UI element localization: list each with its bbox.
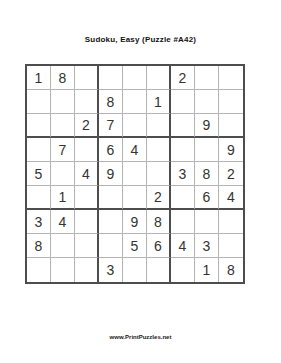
cell-r7c8[interactable] xyxy=(195,210,219,234)
cell-r1c5[interactable] xyxy=(123,66,147,90)
cell-r4c5[interactable]: 4 xyxy=(123,138,147,162)
cell-r5c3[interactable]: 4 xyxy=(75,162,99,186)
cell-r8c7[interactable]: 4 xyxy=(171,234,195,258)
sudoku-page: Sudoku, Easy (Puzzle #A42) 1828127976495… xyxy=(0,0,281,363)
page-title: Sudoku, Easy (Puzzle #A42) xyxy=(0,35,281,44)
cell-r1c3[interactable] xyxy=(75,66,99,90)
cell-r8c3[interactable] xyxy=(75,234,99,258)
cell-r7c3[interactable] xyxy=(75,210,99,234)
cell-r5c8[interactable]: 8 xyxy=(195,162,219,186)
cell-r9c1[interactable] xyxy=(27,258,51,282)
cell-r5c1[interactable]: 5 xyxy=(27,162,51,186)
cell-r1c7[interactable]: 2 xyxy=(171,66,195,90)
cell-r7c9[interactable] xyxy=(219,210,243,234)
cell-r4c2[interactable]: 7 xyxy=(51,138,75,162)
cell-r1c4[interactable] xyxy=(99,66,123,90)
sudoku-board: 1828127976495493821264349885643318 xyxy=(25,64,245,284)
cell-r6c9[interactable]: 4 xyxy=(219,186,243,210)
cell-r8c4[interactable] xyxy=(99,234,123,258)
cell-r9c6[interactable] xyxy=(147,258,171,282)
cell-r4c1[interactable] xyxy=(27,138,51,162)
cell-r4c7[interactable] xyxy=(171,138,195,162)
cell-r2c8[interactable] xyxy=(195,90,219,114)
cell-r2c6[interactable]: 1 xyxy=(147,90,171,114)
footer-url: www.PrintPuzzles.net xyxy=(0,334,281,340)
cell-r3c1[interactable] xyxy=(27,114,51,138)
cell-r9c4[interactable]: 3 xyxy=(99,258,123,282)
cell-r9c7[interactable] xyxy=(171,258,195,282)
cell-r9c5[interactable] xyxy=(123,258,147,282)
cell-r2c2[interactable] xyxy=(51,90,75,114)
cell-r4c6[interactable] xyxy=(147,138,171,162)
cell-r6c3[interactable] xyxy=(75,186,99,210)
cell-r8c9[interactable] xyxy=(219,234,243,258)
cell-r5c2[interactable] xyxy=(51,162,75,186)
cell-r9c2[interactable] xyxy=(51,258,75,282)
cell-r8c6[interactable]: 6 xyxy=(147,234,171,258)
cell-r2c9[interactable] xyxy=(219,90,243,114)
cell-r3c7[interactable] xyxy=(171,114,195,138)
cell-r5c9[interactable]: 2 xyxy=(219,162,243,186)
cell-r2c4[interactable]: 8 xyxy=(99,90,123,114)
cell-r3c2[interactable] xyxy=(51,114,75,138)
cell-r2c7[interactable] xyxy=(171,90,195,114)
cell-r9c3[interactable] xyxy=(75,258,99,282)
cell-r4c9[interactable]: 9 xyxy=(219,138,243,162)
cell-r3c4[interactable]: 7 xyxy=(99,114,123,138)
cell-r7c5[interactable]: 9 xyxy=(123,210,147,234)
cell-r5c4[interactable]: 9 xyxy=(99,162,123,186)
cell-r2c5[interactable] xyxy=(123,90,147,114)
cell-r4c3[interactable] xyxy=(75,138,99,162)
cell-r6c2[interactable]: 1 xyxy=(51,186,75,210)
cell-r3c6[interactable] xyxy=(147,114,171,138)
cell-r2c1[interactable] xyxy=(27,90,51,114)
cell-r6c6[interactable]: 2 xyxy=(147,186,171,210)
cell-r7c2[interactable]: 4 xyxy=(51,210,75,234)
cell-r4c4[interactable]: 6 xyxy=(99,138,123,162)
cell-r6c8[interactable]: 6 xyxy=(195,186,219,210)
cell-r4c8[interactable] xyxy=(195,138,219,162)
cell-r7c6[interactable]: 8 xyxy=(147,210,171,234)
cell-r1c2[interactable]: 8 xyxy=(51,66,75,90)
cell-r1c6[interactable] xyxy=(147,66,171,90)
cell-r7c7[interactable] xyxy=(171,210,195,234)
cell-r2c3[interactable] xyxy=(75,90,99,114)
cell-r7c1[interactable]: 3 xyxy=(27,210,51,234)
cell-r9c8[interactable]: 1 xyxy=(195,258,219,282)
cell-r5c7[interactable]: 3 xyxy=(171,162,195,186)
cell-r1c8[interactable] xyxy=(195,66,219,90)
cell-r1c9[interactable] xyxy=(219,66,243,90)
cell-r8c5[interactable]: 5 xyxy=(123,234,147,258)
cell-r3c8[interactable]: 9 xyxy=(195,114,219,138)
cell-r8c2[interactable] xyxy=(51,234,75,258)
cell-r6c5[interactable] xyxy=(123,186,147,210)
cell-r3c9[interactable] xyxy=(219,114,243,138)
cell-r9c9[interactable]: 8 xyxy=(219,258,243,282)
cell-r8c1[interactable]: 8 xyxy=(27,234,51,258)
cell-r3c3[interactable]: 2 xyxy=(75,114,99,138)
cell-r6c7[interactable] xyxy=(171,186,195,210)
cell-r3c5[interactable] xyxy=(123,114,147,138)
cell-r1c1[interactable]: 1 xyxy=(27,66,51,90)
cell-r6c1[interactable] xyxy=(27,186,51,210)
cell-r8c8[interactable]: 3 xyxy=(195,234,219,258)
cell-r5c5[interactable] xyxy=(123,162,147,186)
cell-r5c6[interactable] xyxy=(147,162,171,186)
cell-r6c4[interactable] xyxy=(99,186,123,210)
cell-r7c4[interactable] xyxy=(99,210,123,234)
